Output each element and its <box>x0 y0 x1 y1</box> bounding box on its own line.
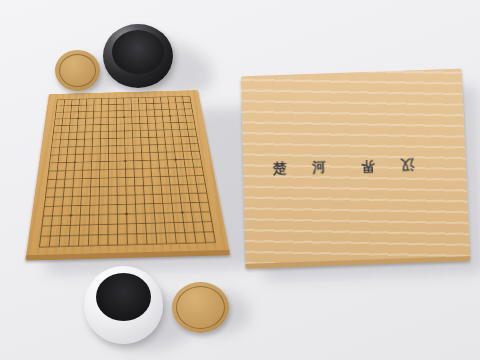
white-stone-bowl[interactable] <box>84 266 163 344</box>
black-bowl-mouth <box>112 30 164 74</box>
go-board[interactable] <box>25 90 230 260</box>
scene-background: { "game": "go (weiqi) board and xiangqi … <box>0 0 480 360</box>
xiangqi-board-wrapper: 楚 河 界 汉 <box>239 64 471 269</box>
lid-ring <box>59 54 96 87</box>
wooden-lid-bottom[interactable] <box>172 282 229 333</box>
white-bowl-mouth <box>96 273 151 321</box>
black-stone-bowl[interactable] <box>103 24 173 88</box>
lid-ring <box>176 286 225 329</box>
xiangqi-board[interactable]: 楚 河 界 汉 <box>241 69 470 269</box>
wooden-lid-top[interactable] <box>55 50 100 91</box>
xiangqi-pieces-layer <box>241 69 470 264</box>
go-stones-layer <box>26 90 229 255</box>
